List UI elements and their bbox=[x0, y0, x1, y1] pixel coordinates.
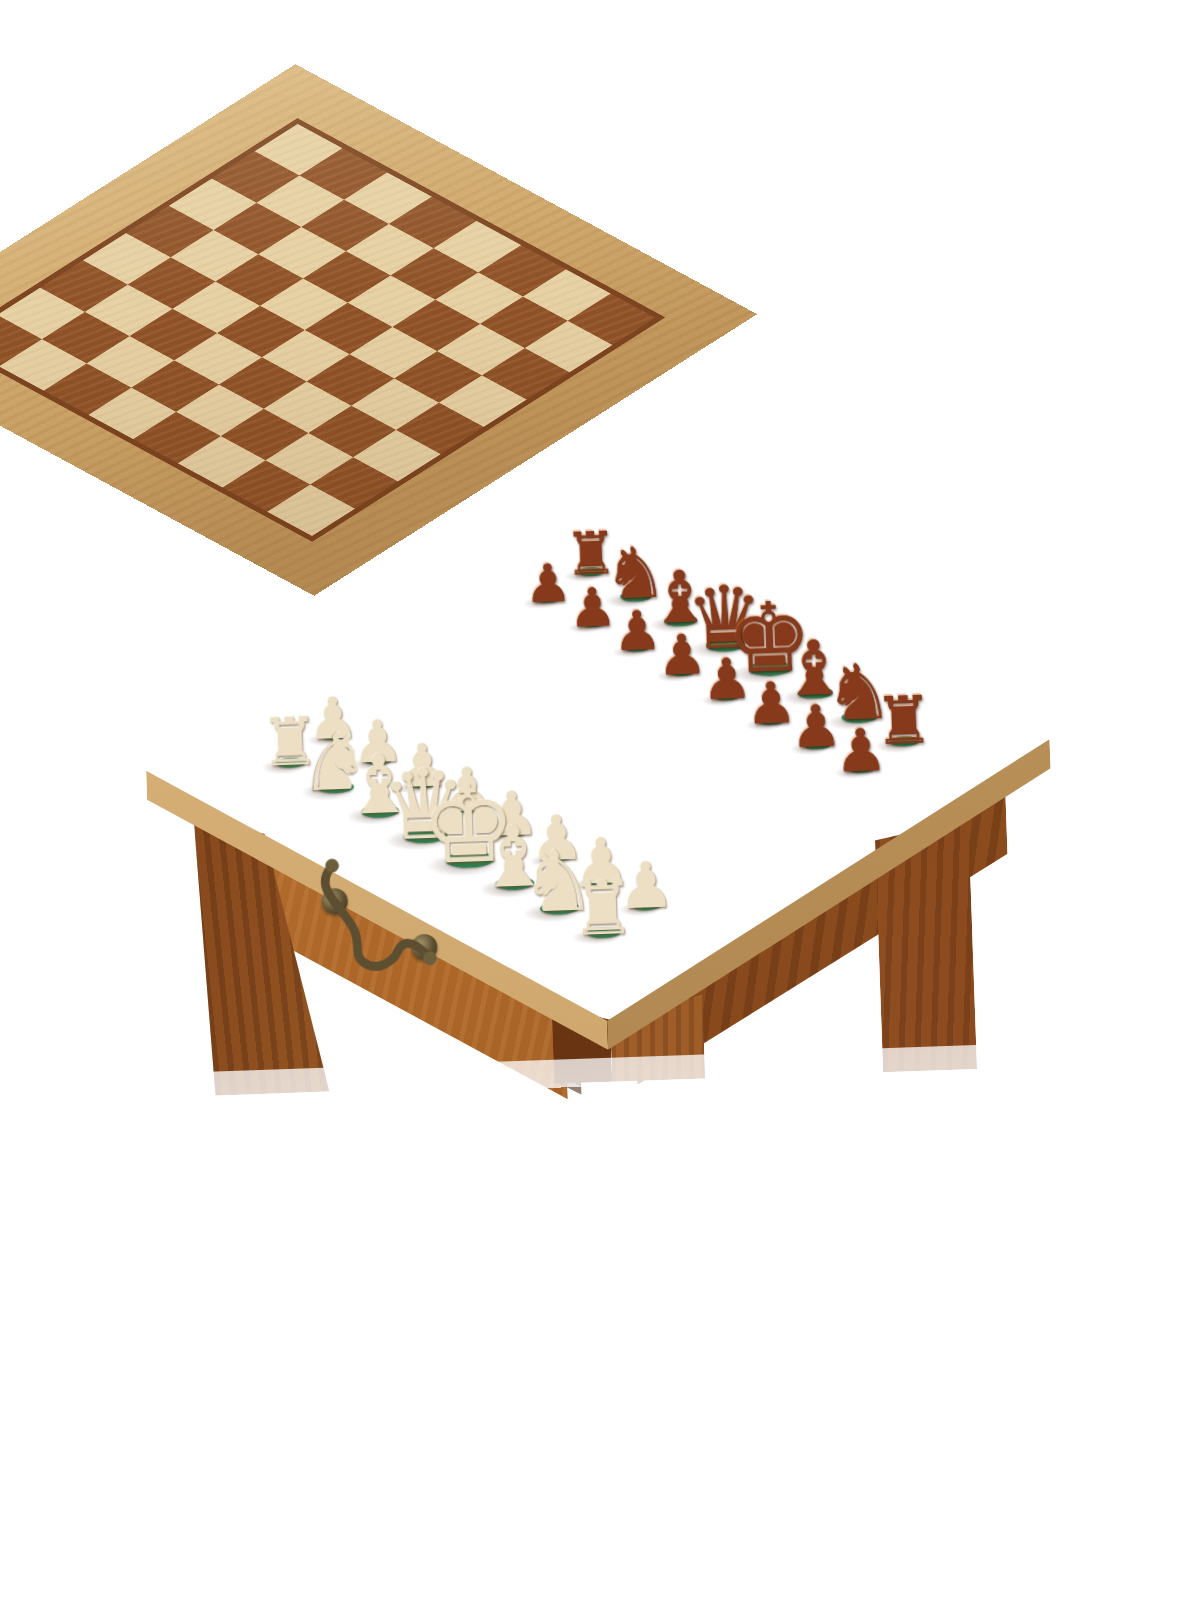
piece-glyph: ♜ bbox=[522, 871, 684, 949]
product-photo-canvas: ♜♞♝♛♚♝♞♜♟♟♟♟♟♟♟♟♟♟♟♟♟♟♟♟♜♞♝♛♚♝♞♜ bbox=[0, 0, 1200, 1600]
pieces-layer: ♜♞♝♛♚♝♞♜♟♟♟♟♟♟♟♟♟♟♟♟♟♟♟♟♜♞♝♛♚♝♞♜ bbox=[0, 0, 1200, 1600]
chess-table-scene: ♜♞♝♛♚♝♞♜♟♟♟♟♟♟♟♟♟♟♟♟♟♟♟♟♜♞♝♛♚♝♞♜ bbox=[0, 0, 1200, 1600]
piece-glyph: ♟ bbox=[780, 719, 942, 783]
